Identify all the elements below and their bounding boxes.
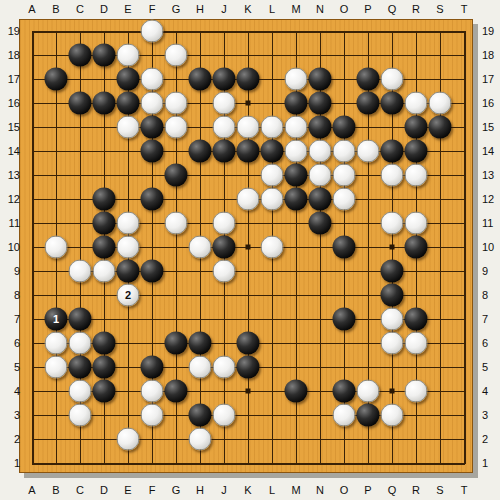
white-stone-G16[interactable]: [165, 92, 188, 115]
black-stone-J10[interactable]: [213, 236, 236, 259]
col-label-bottom: O: [332, 483, 356, 497]
row-label-left: 2: [0, 432, 23, 446]
col-label-top: F: [140, 2, 164, 16]
white-stone-R11[interactable]: [405, 212, 428, 235]
col-label-bottom: H: [188, 483, 212, 497]
black-stone-H6[interactable]: [189, 332, 212, 355]
row-label-left: 13: [0, 168, 23, 182]
black-stone-D18[interactable]: [93, 44, 116, 67]
black-stone-O15[interactable]: [333, 116, 356, 139]
black-stone-G6[interactable]: [165, 332, 188, 355]
col-label-bottom: C: [68, 483, 92, 497]
black-stone-L14[interactable]: [261, 140, 284, 163]
col-label-bottom: L: [260, 483, 284, 497]
row-label-right: 16: [479, 96, 500, 110]
white-stone-J3[interactable]: [213, 404, 236, 427]
row-label-left: 1: [0, 456, 23, 470]
white-stone-C6[interactable]: [69, 332, 92, 355]
black-stone-P16[interactable]: [357, 92, 380, 115]
col-label-bottom: T: [452, 483, 476, 497]
white-stone-L13[interactable]: [261, 164, 284, 187]
white-stone-E11[interactable]: [117, 212, 140, 235]
white-stone-Q17[interactable]: [381, 68, 404, 91]
white-stone-M14[interactable]: [285, 140, 308, 163]
row-label-right: 2: [479, 432, 500, 446]
black-stone-P3[interactable]: [357, 404, 380, 427]
col-label-bottom: Q: [380, 483, 404, 497]
row-label-left: 12: [0, 192, 23, 206]
row-label-left: 4: [0, 384, 23, 398]
black-stone-D16[interactable]: [93, 92, 116, 115]
col-label-top: M: [284, 2, 308, 16]
black-stone-N16[interactable]: [309, 92, 332, 115]
black-stone-C16[interactable]: [69, 92, 92, 115]
white-stone-F16[interactable]: [141, 92, 164, 115]
col-label-top: T: [452, 2, 476, 16]
black-stone-Q16[interactable]: [381, 92, 404, 115]
white-stone-E10[interactable]: [117, 236, 140, 259]
white-stone-O13[interactable]: [333, 164, 356, 187]
white-stone-O12[interactable]: [333, 188, 356, 211]
white-stone-B6[interactable]: [45, 332, 68, 355]
row-label-left: 9: [0, 264, 23, 278]
black-stone-G4[interactable]: [165, 380, 188, 403]
black-stone-R14[interactable]: [405, 140, 428, 163]
black-stone-M4[interactable]: [285, 380, 308, 403]
white-stone-J11[interactable]: [213, 212, 236, 235]
row-label-right: 18: [479, 48, 500, 62]
white-stone-C3[interactable]: [69, 404, 92, 427]
black-stone-O4[interactable]: [333, 380, 356, 403]
row-label-left: 5: [0, 360, 23, 374]
row-label-left: 6: [0, 336, 23, 350]
black-stone-N15[interactable]: [309, 116, 332, 139]
white-stone-N14[interactable]: [309, 140, 332, 163]
black-stone-M13[interactable]: [285, 164, 308, 187]
col-label-bottom: G: [164, 483, 188, 497]
white-stone-F19[interactable]: [141, 20, 164, 43]
col-label-bottom: P: [356, 483, 380, 497]
white-stone-O3[interactable]: [333, 404, 356, 427]
row-label-right: 7: [479, 312, 500, 326]
move-number-label: 1: [53, 314, 59, 325]
black-stone-Q8[interactable]: [381, 284, 404, 307]
col-label-top: B: [44, 2, 68, 16]
row-label-left: 17: [0, 72, 23, 86]
white-stone-J15[interactable]: [213, 116, 236, 139]
col-label-top: L: [260, 2, 284, 16]
black-stone-C5[interactable]: [69, 356, 92, 379]
row-label-right: 6: [479, 336, 500, 350]
white-stone-E2[interactable]: [117, 428, 140, 451]
black-stone-F9[interactable]: [141, 260, 164, 283]
white-stone-F4[interactable]: [141, 380, 164, 403]
row-label-right: 19: [479, 24, 500, 38]
black-stone-F12[interactable]: [141, 188, 164, 211]
black-stone-N17[interactable]: [309, 68, 332, 91]
black-stone-Q14[interactable]: [381, 140, 404, 163]
black-stone-Q9[interactable]: [381, 260, 404, 283]
row-label-right: 9: [479, 264, 500, 278]
row-label-right: 17: [479, 72, 500, 86]
row-label-right: 4: [479, 384, 500, 398]
black-stone-D12[interactable]: [93, 188, 116, 211]
black-stone-R10[interactable]: [405, 236, 428, 259]
col-label-top: Q: [380, 2, 404, 16]
white-stone-H5[interactable]: [189, 356, 212, 379]
row-label-left: 15: [0, 120, 23, 134]
hoshi-point: [246, 389, 251, 394]
hoshi-point: [246, 101, 251, 106]
row-label-right: 14: [479, 144, 500, 158]
col-label-top: P: [356, 2, 380, 16]
row-label-right: 15: [479, 120, 500, 134]
white-stone-K15[interactable]: [237, 116, 260, 139]
black-stone-K14[interactable]: [237, 140, 260, 163]
white-stone-G15[interactable]: [165, 116, 188, 139]
white-stone-K12[interactable]: [237, 188, 260, 211]
col-label-top: J: [212, 2, 236, 16]
white-stone-Q6[interactable]: [381, 332, 404, 355]
row-label-right: 13: [479, 168, 500, 182]
white-stone-P14[interactable]: [357, 140, 380, 163]
black-stone-D6[interactable]: [93, 332, 116, 355]
white-stone-Q13[interactable]: [381, 164, 404, 187]
black-stone-J17[interactable]: [213, 68, 236, 91]
col-label-bottom: K: [236, 483, 260, 497]
col-label-bottom: F: [140, 483, 164, 497]
black-stone-B7[interactable]: 1: [45, 308, 68, 331]
white-stone-L10[interactable]: [261, 236, 284, 259]
black-stone-K5[interactable]: [237, 356, 260, 379]
black-stone-P17[interactable]: [357, 68, 380, 91]
black-stone-K17[interactable]: [237, 68, 260, 91]
white-stone-B10[interactable]: [45, 236, 68, 259]
row-label-right: 12: [479, 192, 500, 206]
grid-line-horizontal: [32, 463, 465, 465]
white-stone-D9[interactable]: [93, 260, 116, 283]
black-stone-N11[interactable]: [309, 212, 332, 235]
col-label-bottom: B: [44, 483, 68, 497]
hoshi-point: [390, 389, 395, 394]
white-stone-M15[interactable]: [285, 116, 308, 139]
col-label-bottom: N: [308, 483, 332, 497]
grid-line-vertical: [464, 31, 466, 464]
row-label-left: 7: [0, 312, 23, 326]
col-label-top: A: [20, 2, 44, 16]
col-label-top: G: [164, 2, 188, 16]
white-stone-S16[interactable]: [429, 92, 452, 115]
col-label-top: E: [116, 2, 140, 16]
white-stone-H2[interactable]: [189, 428, 212, 451]
white-stone-J16[interactable]: [213, 92, 236, 115]
black-stone-D10[interactable]: [93, 236, 116, 259]
col-label-bottom: J: [212, 483, 236, 497]
white-stone-P4[interactable]: [357, 380, 380, 403]
row-label-left: 3: [0, 408, 23, 422]
black-stone-N12[interactable]: [309, 188, 332, 211]
grid-line-horizontal: [32, 439, 465, 440]
black-stone-H14[interactable]: [189, 140, 212, 163]
black-stone-J14[interactable]: [213, 140, 236, 163]
white-stone-M17[interactable]: [285, 68, 308, 91]
white-stone-J5[interactable]: [213, 356, 236, 379]
col-label-top: O: [332, 2, 356, 16]
col-label-top: H: [188, 2, 212, 16]
col-label-bottom: A: [20, 483, 44, 497]
col-label-top: K: [236, 2, 260, 16]
white-stone-C4[interactable]: [69, 380, 92, 403]
white-stone-F3[interactable]: [141, 404, 164, 427]
white-stone-N13[interactable]: [309, 164, 332, 187]
white-stone-C9[interactable]: [69, 260, 92, 283]
black-stone-R7[interactable]: [405, 308, 428, 331]
row-label-left: 11: [0, 216, 23, 230]
white-stone-E8[interactable]: 2: [117, 284, 140, 307]
white-stone-L15[interactable]: [261, 116, 284, 139]
col-label-top: N: [308, 2, 332, 16]
white-stone-B5[interactable]: [45, 356, 68, 379]
white-stone-Q11[interactable]: [381, 212, 404, 235]
black-stone-M12[interactable]: [285, 188, 308, 211]
row-label-right: 10: [479, 240, 500, 254]
row-label-left: 10: [0, 240, 23, 254]
black-stone-K6[interactable]: [237, 332, 260, 355]
row-label-left: 19: [0, 24, 23, 38]
white-stone-O14[interactable]: [333, 140, 356, 163]
white-stone-Q3[interactable]: [381, 404, 404, 427]
black-stone-E17[interactable]: [117, 68, 140, 91]
col-label-top: R: [404, 2, 428, 16]
black-stone-C18[interactable]: [69, 44, 92, 67]
row-label-right: 3: [479, 408, 500, 422]
col-label-bottom: E: [116, 483, 140, 497]
black-stone-H3[interactable]: [189, 404, 212, 427]
hoshi-point: [390, 245, 395, 250]
black-stone-O7[interactable]: [333, 308, 356, 331]
row-label-right: 5: [479, 360, 500, 374]
black-stone-B17[interactable]: [45, 68, 68, 91]
col-label-bottom: R: [404, 483, 428, 497]
white-stone-L12[interactable]: [261, 188, 284, 211]
row-label-right: 8: [479, 288, 500, 302]
white-stone-E15[interactable]: [117, 116, 140, 139]
row-label-right: 11: [479, 216, 500, 230]
black-stone-F15[interactable]: [141, 116, 164, 139]
black-stone-E9[interactable]: [117, 260, 140, 283]
black-stone-D4[interactable]: [93, 380, 116, 403]
go-diagram-page: AABBCCDDEEFFGGHHJJKKLLMMNNOOPPQQRRSSTT19…: [0, 0, 500, 500]
hoshi-point: [246, 245, 251, 250]
black-stone-M16[interactable]: [285, 92, 308, 115]
white-stone-R13[interactable]: [405, 164, 428, 187]
white-stone-E18[interactable]: [117, 44, 140, 67]
white-stone-F17[interactable]: [141, 68, 164, 91]
col-label-top: D: [92, 2, 116, 16]
black-stone-F5[interactable]: [141, 356, 164, 379]
white-stone-Q7[interactable]: [381, 308, 404, 331]
white-stone-G18[interactable]: [165, 44, 188, 67]
black-stone-S15[interactable]: [429, 116, 452, 139]
row-label-left: 16: [0, 96, 23, 110]
white-stone-J9[interactable]: [213, 260, 236, 283]
row-label-right: 1: [479, 456, 500, 470]
black-stone-C7[interactable]: [69, 308, 92, 331]
row-label-left: 14: [0, 144, 23, 158]
col-label-top: C: [68, 2, 92, 16]
black-stone-O10[interactable]: [333, 236, 356, 259]
black-stone-H17[interactable]: [189, 68, 212, 91]
black-stone-F14[interactable]: [141, 140, 164, 163]
black-stone-R15[interactable]: [405, 116, 428, 139]
col-label-bottom: M: [284, 483, 308, 497]
col-label-top: S: [428, 2, 452, 16]
black-stone-D11[interactable]: [93, 212, 116, 235]
black-stone-G13[interactable]: [165, 164, 188, 187]
white-stone-R4[interactable]: [405, 380, 428, 403]
white-stone-G11[interactable]: [165, 212, 188, 235]
move-number-label: 2: [125, 290, 131, 301]
black-stone-D5[interactable]: [93, 356, 116, 379]
col-label-bottom: S: [428, 483, 452, 497]
white-stone-R6[interactable]: [405, 332, 428, 355]
row-label-left: 18: [0, 48, 23, 62]
white-stone-H10[interactable]: [189, 236, 212, 259]
col-label-bottom: D: [92, 483, 116, 497]
white-stone-R16[interactable]: [405, 92, 428, 115]
black-stone-E16[interactable]: [117, 92, 140, 115]
row-label-left: 8: [0, 288, 23, 302]
